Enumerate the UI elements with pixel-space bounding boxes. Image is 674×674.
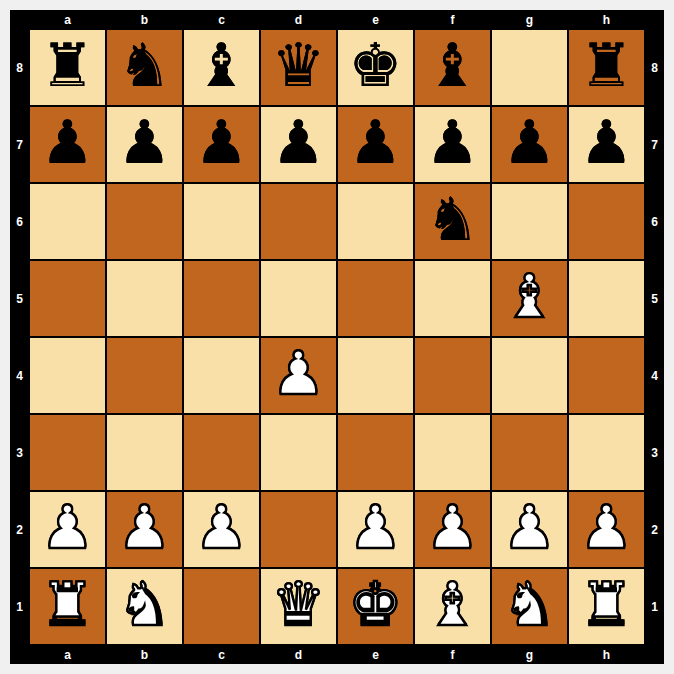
square-c1[interactable] xyxy=(183,568,260,645)
rank-label-left-1: 1 xyxy=(10,568,29,645)
piece-black-rook-a8[interactable]: ♜ xyxy=(41,35,95,95)
square-g6[interactable] xyxy=(491,183,568,260)
piece-white-bishop-f1[interactable]: ♝ xyxy=(426,574,480,634)
square-f3[interactable] xyxy=(414,414,491,491)
piece-black-queen-d8[interactable]: ♛ xyxy=(272,35,326,95)
square-e8[interactable]: ♚ xyxy=(337,29,414,106)
square-g7[interactable]: ♟ xyxy=(491,106,568,183)
file-label-top-a: a xyxy=(29,10,106,29)
piece-white-pawn-g2[interactable]: ♟ xyxy=(503,497,557,557)
square-b7[interactable]: ♟ xyxy=(106,106,183,183)
square-h4[interactable] xyxy=(568,337,645,414)
piece-black-knight-b8[interactable]: ♞ xyxy=(118,35,172,95)
piece-white-pawn-a2[interactable]: ♟ xyxy=(41,497,95,557)
piece-black-pawn-c7[interactable]: ♟ xyxy=(195,112,249,172)
rank-label-right-4: 4 xyxy=(645,337,664,414)
file-label-top-b: b xyxy=(106,10,183,29)
square-d8[interactable]: ♛ xyxy=(260,29,337,106)
rank-label-left-8: 8 xyxy=(10,29,29,106)
square-e4[interactable] xyxy=(337,337,414,414)
square-b6[interactable] xyxy=(106,183,183,260)
piece-white-rook-a1[interactable]: ♜ xyxy=(41,574,95,634)
rank-label-left-5: 5 xyxy=(10,260,29,337)
square-f1[interactable]: ♝ xyxy=(414,568,491,645)
square-b4[interactable] xyxy=(106,337,183,414)
piece-black-pawn-f7[interactable]: ♟ xyxy=(426,112,480,172)
square-c8[interactable]: ♝ xyxy=(183,29,260,106)
rank-label-left-3: 3 xyxy=(10,414,29,491)
piece-white-king-e1[interactable]: ♚ xyxy=(349,574,403,634)
piece-black-king-e8[interactable]: ♚ xyxy=(349,35,403,95)
file-label-bottom-e: e xyxy=(337,645,414,664)
square-e6[interactable] xyxy=(337,183,414,260)
piece-black-pawn-h7[interactable]: ♟ xyxy=(580,112,634,172)
file-label-top-d: d xyxy=(260,10,337,29)
piece-white-pawn-c2[interactable]: ♟ xyxy=(195,497,249,557)
square-e2[interactable]: ♟ xyxy=(337,491,414,568)
file-label-bottom-f: f xyxy=(414,645,491,664)
square-b5[interactable] xyxy=(106,260,183,337)
square-d3[interactable] xyxy=(260,414,337,491)
square-c3[interactable] xyxy=(183,414,260,491)
square-d7[interactable]: ♟ xyxy=(260,106,337,183)
square-a4[interactable] xyxy=(29,337,106,414)
square-g3[interactable] xyxy=(491,414,568,491)
rank-label-right-7: 7 xyxy=(645,106,664,183)
piece-white-pawn-e2[interactable]: ♟ xyxy=(349,497,403,557)
square-a7[interactable]: ♟ xyxy=(29,106,106,183)
piece-black-pawn-d7[interactable]: ♟ xyxy=(272,112,326,172)
piece-white-bishop-g5[interactable]: ♝ xyxy=(503,266,557,326)
rank-label-left-4: 4 xyxy=(10,337,29,414)
square-e1[interactable]: ♚ xyxy=(337,568,414,645)
square-h5[interactable] xyxy=(568,260,645,337)
square-h3[interactable] xyxy=(568,414,645,491)
piece-black-knight-f6[interactable]: ♞ xyxy=(426,189,480,249)
square-a8[interactable]: ♜ xyxy=(29,29,106,106)
square-g4[interactable] xyxy=(491,337,568,414)
piece-white-pawn-d4[interactable]: ♟ xyxy=(272,343,326,403)
piece-black-pawn-g7[interactable]: ♟ xyxy=(503,112,557,172)
square-a1[interactable]: ♜ xyxy=(29,568,106,645)
piece-white-knight-b1[interactable]: ♞ xyxy=(118,574,172,634)
rank-label-left-6: 6 xyxy=(10,183,29,260)
square-a6[interactable] xyxy=(29,183,106,260)
file-label-top-h: h xyxy=(568,10,645,29)
square-h7[interactable]: ♟ xyxy=(568,106,645,183)
square-f4[interactable] xyxy=(414,337,491,414)
square-g8[interactable] xyxy=(491,29,568,106)
file-label-bottom-g: g xyxy=(491,645,568,664)
square-h1[interactable]: ♜ xyxy=(568,568,645,645)
file-label-bottom-b: b xyxy=(106,645,183,664)
file-label-bottom-h: h xyxy=(568,645,645,664)
rank-label-right-8: 8 xyxy=(645,29,664,106)
square-d5[interactable] xyxy=(260,260,337,337)
file-label-top-g: g xyxy=(491,10,568,29)
rank-label-left-2: 2 xyxy=(10,491,29,568)
square-f5[interactable] xyxy=(414,260,491,337)
square-f2[interactable]: ♟ xyxy=(414,491,491,568)
square-b8[interactable]: ♞ xyxy=(106,29,183,106)
square-c2[interactable]: ♟ xyxy=(183,491,260,568)
square-d1[interactable]: ♛ xyxy=(260,568,337,645)
piece-black-bishop-c8[interactable]: ♝ xyxy=(195,35,249,95)
square-d4[interactable]: ♟ xyxy=(260,337,337,414)
rank-label-left-7: 7 xyxy=(10,106,29,183)
square-c6[interactable] xyxy=(183,183,260,260)
square-b3[interactable] xyxy=(106,414,183,491)
square-h6[interactable] xyxy=(568,183,645,260)
square-c5[interactable] xyxy=(183,260,260,337)
square-c4[interactable] xyxy=(183,337,260,414)
square-g1[interactable]: ♞ xyxy=(491,568,568,645)
file-label-bottom-d: d xyxy=(260,645,337,664)
square-d6[interactable] xyxy=(260,183,337,260)
rank-label-right-3: 3 xyxy=(645,414,664,491)
piece-white-rook-h1[interactable]: ♜ xyxy=(580,574,634,634)
piece-white-pawn-h2[interactable]: ♟ xyxy=(580,497,634,557)
piece-black-rook-h8[interactable]: ♜ xyxy=(580,35,634,95)
square-a3[interactable] xyxy=(29,414,106,491)
file-label-bottom-a: a xyxy=(29,645,106,664)
square-a2[interactable]: ♟ xyxy=(29,491,106,568)
square-f7[interactable]: ♟ xyxy=(414,106,491,183)
piece-white-pawn-f2[interactable]: ♟ xyxy=(426,497,480,557)
square-h8[interactable]: ♜ xyxy=(568,29,645,106)
rank-label-right-5: 5 xyxy=(645,260,664,337)
square-b1[interactable]: ♞ xyxy=(106,568,183,645)
piece-white-knight-g1[interactable]: ♞ xyxy=(503,574,557,634)
rank-label-right-6: 6 xyxy=(645,183,664,260)
square-e7[interactable]: ♟ xyxy=(337,106,414,183)
piece-black-pawn-e7[interactable]: ♟ xyxy=(349,112,403,172)
chess-board: aabbccddeeffgghh8877665544332211♜♞♝♛♚♝♜♟… xyxy=(10,10,664,664)
square-f8[interactable]: ♝ xyxy=(414,29,491,106)
square-e3[interactable] xyxy=(337,414,414,491)
square-g2[interactable]: ♟ xyxy=(491,491,568,568)
file-label-top-c: c xyxy=(183,10,260,29)
piece-white-queen-d1[interactable]: ♛ xyxy=(272,574,326,634)
square-b2[interactable]: ♟ xyxy=(106,491,183,568)
piece-black-bishop-f8[interactable]: ♝ xyxy=(426,35,480,95)
file-label-top-f: f xyxy=(414,10,491,29)
piece-black-pawn-b7[interactable]: ♟ xyxy=(118,112,172,172)
file-label-top-e: e xyxy=(337,10,414,29)
square-d2[interactable] xyxy=(260,491,337,568)
square-h2[interactable]: ♟ xyxy=(568,491,645,568)
square-f6[interactable]: ♞ xyxy=(414,183,491,260)
square-a5[interactable] xyxy=(29,260,106,337)
piece-black-pawn-a7[interactable]: ♟ xyxy=(41,112,95,172)
piece-white-pawn-b2[interactable]: ♟ xyxy=(118,497,172,557)
rank-label-right-2: 2 xyxy=(645,491,664,568)
square-g5[interactable]: ♝ xyxy=(491,260,568,337)
file-label-bottom-c: c xyxy=(183,645,260,664)
square-e5[interactable] xyxy=(337,260,414,337)
square-c7[interactable]: ♟ xyxy=(183,106,260,183)
rank-label-right-1: 1 xyxy=(645,568,664,645)
